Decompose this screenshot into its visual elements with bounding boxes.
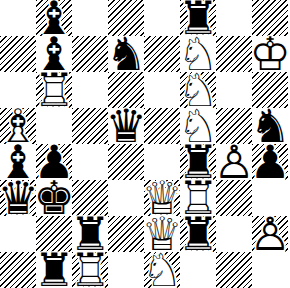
- piece-white-rook: ♜♖: [72, 252, 108, 288]
- square-f2[interactable]: ♜♜: [180, 216, 216, 252]
- white-knight-icon: ♘: [141, 247, 182, 288]
- piece-black-queen: ♛♛: [108, 108, 144, 144]
- piece-white-pawn: ♟♙: [216, 144, 252, 180]
- square-b1[interactable]: ♜♜: [36, 252, 72, 288]
- piece-white-pawn: ♟♙: [252, 216, 288, 252]
- square-c4[interactable]: [72, 144, 108, 180]
- square-a2[interactable]: [0, 216, 36, 252]
- square-c5[interactable]: [72, 108, 108, 144]
- square-d2[interactable]: [108, 216, 144, 252]
- square-f1[interactable]: [180, 252, 216, 288]
- square-d5[interactable]: ♛♛: [108, 108, 144, 144]
- white-pawn-icon: ♙: [249, 211, 290, 257]
- square-a8[interactable]: [0, 0, 36, 36]
- piece-black-rook: ♜♜: [36, 252, 72, 288]
- piece-black-knight: ♞♞: [108, 36, 144, 72]
- square-g3[interactable]: [216, 180, 252, 216]
- square-d3[interactable]: [108, 180, 144, 216]
- square-e5[interactable]: [144, 108, 180, 144]
- square-c6[interactable]: [72, 72, 108, 108]
- white-rook-icon: ♖: [69, 247, 110, 288]
- chess-board: ♝♝♜♜♝♝♞♞♞♘♚♔♜♖♞♘♝♗♛♛♞♘♞♞♝♝♟♟♜♜♟♙♟♟♛♛♚♚♛♕…: [0, 0, 288, 288]
- piece-black-queen: ♛♛: [0, 180, 36, 216]
- square-e1[interactable]: ♞♘: [144, 252, 180, 288]
- square-g2[interactable]: [216, 216, 252, 252]
- square-g4[interactable]: ♟♙: [216, 144, 252, 180]
- piece-white-king: ♚♔: [252, 36, 288, 72]
- square-e6[interactable]: [144, 72, 180, 108]
- square-g1[interactable]: [216, 252, 252, 288]
- square-g8[interactable]: [216, 0, 252, 36]
- white-king-icon: ♔: [249, 31, 290, 77]
- piece-black-pawn: ♟♟: [252, 144, 288, 180]
- square-h7[interactable]: ♚♔: [252, 36, 288, 72]
- piece-white-knight: ♞♘: [144, 252, 180, 288]
- square-c1[interactable]: ♜♖: [72, 252, 108, 288]
- black-knight-icon: ♞: [105, 31, 146, 77]
- square-d4[interactable]: [108, 144, 144, 180]
- square-b3[interactable]: ♚♚: [36, 180, 72, 216]
- square-a1[interactable]: [0, 252, 36, 288]
- square-g6[interactable]: [216, 72, 252, 108]
- black-queen-icon: ♛: [105, 103, 146, 149]
- square-d7[interactable]: ♞♞: [108, 36, 144, 72]
- white-rook-icon: ♖: [33, 67, 74, 113]
- square-b6[interactable]: ♜♖: [36, 72, 72, 108]
- square-e8[interactable]: [144, 0, 180, 36]
- piece-white-rook: ♜♖: [36, 72, 72, 108]
- square-h1[interactable]: [252, 252, 288, 288]
- square-g7[interactable]: [216, 36, 252, 72]
- square-a3[interactable]: ♛♛: [0, 180, 36, 216]
- piece-black-king: ♚♚: [36, 180, 72, 216]
- square-c8[interactable]: [72, 0, 108, 36]
- square-d1[interactable]: [108, 252, 144, 288]
- square-e7[interactable]: [144, 36, 180, 72]
- square-c7[interactable]: [72, 36, 108, 72]
- black-rook-icon: ♜: [177, 211, 218, 257]
- square-h2[interactable]: ♟♙: [252, 216, 288, 252]
- piece-black-rook: ♜♜: [180, 216, 216, 252]
- black-pawn-icon: ♟: [249, 139, 290, 185]
- square-h4[interactable]: ♟♟: [252, 144, 288, 180]
- square-a7[interactable]: [0, 36, 36, 72]
